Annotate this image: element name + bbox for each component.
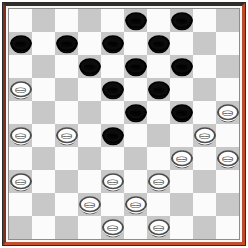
light-square — [9, 193, 32, 216]
white-man-piece[interactable]: ⛀ — [148, 219, 170, 235]
square-14[interactable]: ⛂ — [170, 55, 193, 78]
square-7[interactable]: ⛂ — [55, 32, 78, 55]
square-13[interactable]: ⛂ — [124, 55, 147, 78]
square-38[interactable]: ⛀ — [101, 170, 124, 193]
square-11[interactable] — [32, 55, 55, 78]
square-8[interactable]: ⛂ — [101, 32, 124, 55]
draughts-app: ⛂⛂⛂⛂⛂⛂⛂⛂⛂⛀⛂⛂⛂⛂⛀⛀⛀⛂⛀⛀⛀⛀⛀⛀⛀⛀⛀⛀ — [0, 0, 248, 248]
square-30[interactable]: ⛀ — [193, 124, 216, 147]
square-49[interactable]: ⛀ — [147, 216, 170, 239]
light-square — [78, 78, 101, 101]
square-39[interactable]: ⛀ — [147, 170, 170, 193]
square-35[interactable]: ⛀ — [216, 147, 239, 170]
light-square — [32, 170, 55, 193]
light-square — [170, 170, 193, 193]
square-15[interactable] — [216, 55, 239, 78]
square-3[interactable]: ⛂ — [124, 9, 147, 32]
black-man-piece[interactable]: ⛂ — [125, 104, 147, 120]
black-man-piece[interactable]: ⛂ — [79, 58, 101, 74]
square-36[interactable]: ⛀ — [9, 170, 32, 193]
light-square — [170, 78, 193, 101]
light-square — [32, 124, 55, 147]
light-square — [193, 9, 216, 32]
light-square — [101, 55, 124, 78]
light-square — [9, 9, 32, 32]
light-square — [147, 193, 170, 216]
square-19[interactable]: ⛂ — [147, 78, 170, 101]
light-square — [78, 170, 101, 193]
square-42[interactable]: ⛀ — [78, 193, 101, 216]
square-45[interactable] — [216, 193, 239, 216]
square-50[interactable] — [193, 216, 216, 239]
square-47[interactable] — [55, 216, 78, 239]
white-man-piece[interactable]: ⛀ — [10, 127, 32, 143]
square-4[interactable]: ⛂ — [170, 9, 193, 32]
light-square — [124, 216, 147, 239]
light-square — [124, 32, 147, 55]
light-square — [101, 193, 124, 216]
square-12[interactable]: ⛂ — [78, 55, 101, 78]
square-40[interactable] — [193, 170, 216, 193]
square-41[interactable] — [32, 193, 55, 216]
light-square — [124, 124, 147, 147]
white-man-piece[interactable]: ⛀ — [217, 150, 239, 166]
square-20[interactable] — [193, 78, 216, 101]
black-man-piece[interactable]: ⛂ — [102, 127, 124, 143]
light-square — [193, 147, 216, 170]
white-man-piece[interactable]: ⛀ — [194, 127, 216, 143]
light-square — [216, 124, 239, 147]
square-37[interactable] — [55, 170, 78, 193]
light-square — [78, 32, 101, 55]
square-2[interactable] — [78, 9, 101, 32]
square-23[interactable]: ⛂ — [124, 101, 147, 124]
square-27[interactable]: ⛀ — [55, 124, 78, 147]
white-man-piece[interactable]: ⛀ — [56, 127, 78, 143]
white-man-piece[interactable]: ⛀ — [217, 104, 239, 120]
light-square — [101, 101, 124, 124]
light-square — [216, 32, 239, 55]
board-mat: ⛂⛂⛂⛂⛂⛂⛂⛂⛂⛀⛂⛂⛂⛂⛀⛀⛀⛂⛀⛀⛀⛀⛀⛀⛀⛀⛀⛀ — [6, 6, 242, 242]
light-square — [124, 170, 147, 193]
light-square — [55, 55, 78, 78]
light-square — [193, 101, 216, 124]
light-square — [216, 170, 239, 193]
square-22[interactable] — [78, 101, 101, 124]
square-46[interactable] — [9, 216, 32, 239]
light-square — [55, 9, 78, 32]
light-square — [193, 193, 216, 216]
black-man-piece[interactable]: ⛂ — [148, 35, 170, 51]
square-29[interactable] — [147, 124, 170, 147]
light-square — [147, 147, 170, 170]
light-square — [101, 9, 124, 32]
white-man-piece[interactable]: ⛀ — [79, 196, 101, 212]
square-1[interactable] — [32, 9, 55, 32]
square-21[interactable] — [32, 101, 55, 124]
light-square — [216, 216, 239, 239]
white-man-piece[interactable]: ⛀ — [125, 196, 147, 212]
square-25[interactable]: ⛀ — [216, 101, 239, 124]
square-33[interactable] — [124, 147, 147, 170]
light-square — [55, 101, 78, 124]
board-frame: ⛂⛂⛂⛂⛂⛂⛂⛂⛂⛀⛂⛂⛂⛂⛀⛀⛀⛂⛀⛀⛀⛀⛀⛀⛀⛀⛀⛀ — [3, 3, 245, 245]
square-24[interactable]: ⛂ — [170, 101, 193, 124]
light-square — [124, 78, 147, 101]
square-9[interactable]: ⛂ — [147, 32, 170, 55]
black-man-piece[interactable]: ⛂ — [56, 35, 78, 51]
white-man-piece[interactable]: ⛀ — [171, 150, 193, 166]
black-man-piece[interactable]: ⛂ — [10, 35, 32, 51]
light-square — [216, 78, 239, 101]
light-square — [170, 32, 193, 55]
square-28[interactable]: ⛂ — [101, 124, 124, 147]
light-square — [78, 216, 101, 239]
light-square — [147, 9, 170, 32]
light-square — [55, 147, 78, 170]
square-32[interactable] — [78, 147, 101, 170]
black-man-piece[interactable]: ⛂ — [125, 58, 147, 74]
square-18[interactable]: ⛂ — [101, 78, 124, 101]
light-square — [55, 193, 78, 216]
square-31[interactable] — [32, 147, 55, 170]
white-man-piece[interactable]: ⛀ — [10, 173, 32, 189]
black-man-piece[interactable]: ⛂ — [102, 81, 124, 97]
light-square — [147, 101, 170, 124]
square-6[interactable]: ⛂ — [9, 32, 32, 55]
light-square — [147, 55, 170, 78]
square-5[interactable] — [216, 9, 239, 32]
black-man-piece[interactable]: ⛂ — [148, 81, 170, 97]
square-16[interactable]: ⛀ — [9, 78, 32, 101]
white-man-piece[interactable]: ⛀ — [148, 173, 170, 189]
square-17[interactable] — [55, 78, 78, 101]
light-square — [9, 101, 32, 124]
white-man-piece[interactable]: ⛀ — [102, 173, 124, 189]
square-48[interactable]: ⛀ — [101, 216, 124, 239]
square-44[interactable] — [170, 193, 193, 216]
light-square — [32, 32, 55, 55]
black-man-piece[interactable]: ⛂ — [171, 104, 193, 120]
light-square — [32, 216, 55, 239]
black-man-piece[interactable]: ⛂ — [171, 12, 193, 28]
black-man-piece[interactable]: ⛂ — [102, 35, 124, 51]
light-square — [193, 55, 216, 78]
light-square — [78, 124, 101, 147]
square-34[interactable]: ⛀ — [170, 147, 193, 170]
light-square — [32, 78, 55, 101]
board: ⛂⛂⛂⛂⛂⛂⛂⛂⛂⛀⛂⛂⛂⛂⛀⛀⛀⛂⛀⛀⛀⛀⛀⛀⛀⛀⛀⛀ — [8, 8, 240, 240]
black-man-piece[interactable]: ⛂ — [125, 12, 147, 28]
board-outer-edge: ⛂⛂⛂⛂⛂⛂⛂⛂⛂⛀⛂⛂⛂⛂⛀⛀⛀⛂⛀⛀⛀⛀⛀⛀⛀⛀⛀⛀ — [2, 2, 246, 246]
white-man-piece[interactable]: ⛀ — [10, 81, 32, 97]
light-square — [101, 147, 124, 170]
square-10[interactable] — [193, 32, 216, 55]
light-square — [170, 216, 193, 239]
square-43[interactable]: ⛀ — [124, 193, 147, 216]
white-man-piece[interactable]: ⛀ — [102, 219, 124, 235]
square-26[interactable]: ⛀ — [9, 124, 32, 147]
light-square — [9, 55, 32, 78]
light-square — [170, 124, 193, 147]
black-man-piece[interactable]: ⛂ — [171, 58, 193, 74]
light-square — [9, 147, 32, 170]
